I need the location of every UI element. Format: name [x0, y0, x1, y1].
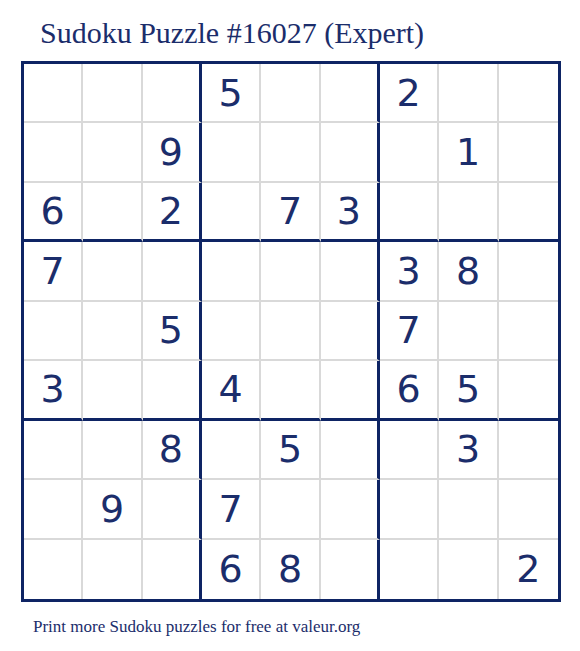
cell-r2c4: [202, 123, 261, 182]
cell-r8c6: [321, 480, 380, 539]
cell-r8c2: 9: [83, 480, 142, 539]
cell-r8c4: 7: [202, 480, 261, 539]
cell-r7c7: [380, 421, 439, 480]
cell-r7c9: [499, 421, 558, 480]
cell-r6c3: [143, 361, 202, 420]
cell-r7c2: [83, 421, 142, 480]
cell-r5c3: 5: [143, 302, 202, 361]
cell-r8c3: [143, 480, 202, 539]
cell-r2c8: 1: [439, 123, 498, 182]
cell-r6c7: 6: [380, 361, 439, 420]
cell-r2c5: [261, 123, 320, 182]
cell-r7c6: [321, 421, 380, 480]
cell-r8c7: [380, 480, 439, 539]
cell-r9c1: [24, 540, 83, 599]
cell-r1c8: [439, 64, 498, 123]
cell-r7c3: 8: [143, 421, 202, 480]
cell-r1c5: [261, 64, 320, 123]
cell-r5c6: [321, 302, 380, 361]
cell-r9c3: [143, 540, 202, 599]
cell-r4c9: [499, 242, 558, 301]
cell-r3c3: 2: [143, 183, 202, 242]
cell-r2c2: [83, 123, 142, 182]
cell-r5c5: [261, 302, 320, 361]
cell-r9c5: 8: [261, 540, 320, 599]
cell-r8c1: [24, 480, 83, 539]
cell-r5c9: [499, 302, 558, 361]
cell-r9c8: [439, 540, 498, 599]
cell-r4c4: [202, 242, 261, 301]
cell-r8c9: [499, 480, 558, 539]
cell-r1c9: [499, 64, 558, 123]
cell-r4c5: [261, 242, 320, 301]
cell-r2c6: [321, 123, 380, 182]
cell-r1c6: [321, 64, 380, 123]
cell-r2c9: [499, 123, 558, 182]
sudoku-board: 5291627373857346585397682: [21, 61, 561, 602]
cell-r4c2: [83, 242, 142, 301]
cell-r2c3: 9: [143, 123, 202, 182]
cell-r5c2: [83, 302, 142, 361]
cell-r5c4: [202, 302, 261, 361]
cell-r4c1: 7: [24, 242, 83, 301]
cell-r6c2: [83, 361, 142, 420]
cell-r1c4: 5: [202, 64, 261, 123]
cell-r4c8: 8: [439, 242, 498, 301]
cell-r6c4: 4: [202, 361, 261, 420]
cell-r4c3: [143, 242, 202, 301]
cell-r5c8: [439, 302, 498, 361]
cell-r1c1: [24, 64, 83, 123]
cell-r3c2: [83, 183, 142, 242]
cell-r6c1: 3: [24, 361, 83, 420]
cell-r5c1: [24, 302, 83, 361]
cell-r9c7: [380, 540, 439, 599]
cell-r7c4: [202, 421, 261, 480]
cell-r3c1: 6: [24, 183, 83, 242]
sudoku-page: Sudoku Puzzle #16027 (Expert) 5291627373…: [0, 0, 580, 651]
cell-r8c5: [261, 480, 320, 539]
cell-r6c9: [499, 361, 558, 420]
cell-r1c7: 2: [380, 64, 439, 123]
cell-r1c2: [83, 64, 142, 123]
cell-r2c7: [380, 123, 439, 182]
cell-r9c6: [321, 540, 380, 599]
cell-r3c7: [380, 183, 439, 242]
cell-r6c8: 5: [439, 361, 498, 420]
cell-r6c6: [321, 361, 380, 420]
cell-r7c1: [24, 421, 83, 480]
page-title: Sudoku Puzzle #16027 (Expert): [40, 16, 424, 49]
cell-r2c1: [24, 123, 83, 182]
cell-r3c9: [499, 183, 558, 242]
cell-r7c8: 3: [439, 421, 498, 480]
cell-r3c6: 3: [321, 183, 380, 242]
cell-r7c5: 5: [261, 421, 320, 480]
cell-r5c7: 7: [380, 302, 439, 361]
cell-r3c8: [439, 183, 498, 242]
cell-r9c2: [83, 540, 142, 599]
cell-r6c5: [261, 361, 320, 420]
cell-r3c4: [202, 183, 261, 242]
footer-text: Print more Sudoku puzzles for free at va…: [33, 617, 360, 637]
cell-r3c5: 7: [261, 183, 320, 242]
cell-r1c3: [143, 64, 202, 123]
cell-r9c4: 6: [202, 540, 261, 599]
cell-r4c7: 3: [380, 242, 439, 301]
cell-r9c9: 2: [499, 540, 558, 599]
cell-r4c6: [321, 242, 380, 301]
cell-r8c8: [439, 480, 498, 539]
